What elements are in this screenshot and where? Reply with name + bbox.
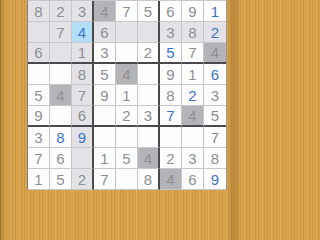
cell-r9c1[interactable]: 1	[28, 169, 50, 190]
cell-r2c1[interactable]	[28, 22, 50, 43]
cell-r4c8[interactable]: 1	[182, 64, 204, 85]
cell-r6c4[interactable]	[94, 106, 116, 127]
cell-r3c1[interactable]: 6	[28, 43, 50, 64]
cell-r6c2[interactable]	[50, 106, 72, 127]
cell-r5c8[interactable]: 2	[182, 85, 204, 106]
cell-r7c6[interactable]	[138, 127, 160, 148]
cell-r7c3[interactable]: 9	[72, 127, 94, 148]
cell-r1c8[interactable]: 9	[182, 1, 204, 22]
cell-r3c4[interactable]: 3	[94, 43, 116, 64]
cell-r5c3[interactable]: 7	[72, 85, 94, 106]
cell-r4c1[interactable]	[28, 64, 50, 85]
cell-r8c7[interactable]: 2	[160, 148, 182, 169]
cell-r3c6[interactable]: 2	[138, 43, 160, 64]
cell-r9c3[interactable]: 2	[72, 169, 94, 190]
cell-r4c2[interactable]	[50, 64, 72, 85]
cell-r5c6[interactable]	[138, 85, 160, 106]
cell-r5c9[interactable]: 3	[204, 85, 226, 106]
cell-r8c6[interactable]: 4	[138, 148, 160, 169]
cell-r9c9[interactable]: 9	[204, 169, 226, 190]
cell-r6c1[interactable]: 9	[28, 106, 50, 127]
cell-r3c7[interactable]: 5	[160, 43, 182, 64]
cell-r9c5[interactable]	[116, 169, 138, 190]
cell-r1c6[interactable]: 5	[138, 1, 160, 22]
cell-r8c3[interactable]	[72, 148, 94, 169]
cell-r9c2[interactable]: 5	[50, 169, 72, 190]
cell-r8c8[interactable]: 3	[182, 148, 204, 169]
sudoku-board: 8234756917463826132574854916547918239623…	[27, 0, 227, 190]
cell-r2c3[interactable]: 4	[72, 22, 94, 43]
cell-r2c5[interactable]	[116, 22, 138, 43]
cell-r3c3[interactable]: 1	[72, 43, 94, 64]
cell-r7c9[interactable]: 7	[204, 127, 226, 148]
cell-r9c4[interactable]: 7	[94, 169, 116, 190]
cell-r1c9[interactable]: 1	[204, 1, 226, 22]
cell-r6c7[interactable]: 7	[160, 106, 182, 127]
cell-r4c7[interactable]: 9	[160, 64, 182, 85]
cell-r4c6[interactable]	[138, 64, 160, 85]
sudoku-app-screen: { "game": "sudoku", "position": "8234756…	[0, 0, 253, 190]
cell-r1c4[interactable]: 4	[94, 1, 116, 22]
cell-r4c3[interactable]: 8	[72, 64, 94, 85]
cell-r3c8[interactable]: 7	[182, 43, 204, 64]
cell-r5c1[interactable]: 5	[28, 85, 50, 106]
cell-r7c7[interactable]	[160, 127, 182, 148]
cell-r3c5[interactable]	[116, 43, 138, 64]
cell-r1c5[interactable]: 7	[116, 1, 138, 22]
cell-r4c5[interactable]: 4	[116, 64, 138, 85]
cell-r6c6[interactable]: 3	[138, 106, 160, 127]
cell-r7c5[interactable]	[116, 127, 138, 148]
cell-r2c9[interactable]: 2	[204, 22, 226, 43]
cell-r5c2[interactable]: 4	[50, 85, 72, 106]
cell-r2c2[interactable]: 7	[50, 22, 72, 43]
cell-r5c5[interactable]: 1	[116, 85, 138, 106]
cell-r3c2[interactable]	[50, 43, 72, 64]
cell-r6c9[interactable]: 5	[204, 106, 226, 127]
cell-r8c4[interactable]: 1	[94, 148, 116, 169]
cell-r1c3[interactable]: 3	[72, 1, 94, 22]
cell-r4c4[interactable]: 5	[94, 64, 116, 85]
cell-r7c8[interactable]	[182, 127, 204, 148]
cell-r5c4[interactable]: 9	[94, 85, 116, 106]
cell-r2c6[interactable]	[138, 22, 160, 43]
cell-r7c4[interactable]	[94, 127, 116, 148]
cell-r9c6[interactable]: 8	[138, 169, 160, 190]
cell-r9c8[interactable]: 6	[182, 169, 204, 190]
cell-r9c7[interactable]: 4	[160, 169, 182, 190]
cell-r8c1[interactable]: 7	[28, 148, 50, 169]
cell-r5c7[interactable]: 8	[160, 85, 182, 106]
cell-r6c8[interactable]: 4	[182, 106, 204, 127]
cell-r2c4[interactable]: 6	[94, 22, 116, 43]
cell-r8c5[interactable]: 5	[116, 148, 138, 169]
cell-r6c3[interactable]: 6	[72, 106, 94, 127]
cell-r1c1[interactable]: 8	[28, 1, 50, 22]
cell-r2c8[interactable]: 8	[182, 22, 204, 43]
cell-r2c7[interactable]: 3	[160, 22, 182, 43]
cell-r1c7[interactable]: 6	[160, 1, 182, 22]
cell-r1c2[interactable]: 2	[50, 1, 72, 22]
cell-r4c9[interactable]: 6	[204, 64, 226, 85]
cell-r8c9[interactable]: 8	[204, 148, 226, 169]
cell-r7c2[interactable]: 8	[50, 127, 72, 148]
cell-r6c5[interactable]: 2	[116, 106, 138, 127]
cell-r8c2[interactable]: 6	[50, 148, 72, 169]
cell-r3c9[interactable]: 4	[204, 43, 226, 64]
cell-r7c1[interactable]: 3	[28, 127, 50, 148]
